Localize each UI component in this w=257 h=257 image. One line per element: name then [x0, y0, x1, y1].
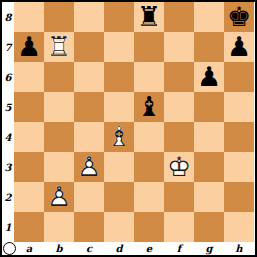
black-pawn-glyph: ♟: [224, 32, 254, 62]
file-label-h: h: [224, 242, 254, 255]
square-a5[interactable]: [14, 92, 44, 122]
file-label-g: g: [194, 242, 224, 255]
file-label-c: c: [74, 242, 104, 255]
square-e4[interactable]: [134, 122, 164, 152]
square-d8[interactable]: [104, 2, 134, 32]
white-pawn[interactable]: ♟♙: [44, 182, 74, 212]
chess-diagram: ♜♚♟♜♖♟♟♝♝♗♟♙♚♔♟♙ 87654321 abcdefgh: [0, 0, 257, 257]
square-b7[interactable]: ♜♖: [44, 32, 74, 62]
square-c6[interactable]: [74, 62, 104, 92]
square-b5[interactable]: [44, 92, 74, 122]
square-c3[interactable]: ♟♙: [74, 152, 104, 182]
file-label-e: e: [134, 242, 164, 255]
white-king-outline: ♔: [164, 152, 194, 182]
black-pawn[interactable]: ♟: [14, 32, 44, 62]
rank-label-1: 1: [2, 212, 14, 242]
square-h4[interactable]: [224, 122, 254, 152]
square-f8[interactable]: [164, 2, 194, 32]
square-a2[interactable]: [14, 182, 44, 212]
rank-labels: 87654321: [2, 2, 14, 242]
square-b3[interactable]: [44, 152, 74, 182]
square-e1[interactable]: [134, 212, 164, 242]
white-to-move-indicator: [3, 242, 16, 255]
square-f1[interactable]: [164, 212, 194, 242]
black-pawn[interactable]: ♟: [224, 32, 254, 62]
square-h2[interactable]: [224, 182, 254, 212]
rank-label-7: 7: [2, 32, 14, 62]
rank-label-2: 2: [2, 182, 14, 212]
rank-label-3: 3: [2, 152, 14, 182]
square-a4[interactable]: [14, 122, 44, 152]
square-g6[interactable]: ♟: [194, 62, 224, 92]
black-pawn-glyph: ♟: [14, 32, 44, 62]
square-g7[interactable]: [194, 32, 224, 62]
black-king-glyph: ♚: [224, 2, 254, 32]
black-rook-glyph: ♜: [134, 2, 164, 32]
square-b2[interactable]: ♟♙: [44, 182, 74, 212]
square-g1[interactable]: [194, 212, 224, 242]
black-king[interactable]: ♚: [224, 2, 254, 32]
square-h1[interactable]: [224, 212, 254, 242]
square-d6[interactable]: [104, 62, 134, 92]
square-a8[interactable]: [14, 2, 44, 32]
square-c5[interactable]: [74, 92, 104, 122]
square-g5[interactable]: [194, 92, 224, 122]
square-h3[interactable]: [224, 152, 254, 182]
file-label-a: a: [14, 242, 44, 255]
square-h7[interactable]: ♟: [224, 32, 254, 62]
square-f2[interactable]: [164, 182, 194, 212]
white-pawn[interactable]: ♟♙: [74, 152, 104, 182]
square-e6[interactable]: [134, 62, 164, 92]
square-d3[interactable]: [104, 152, 134, 182]
square-e3[interactable]: [134, 152, 164, 182]
square-a6[interactable]: [14, 62, 44, 92]
square-h6[interactable]: [224, 62, 254, 92]
square-g3[interactable]: [194, 152, 224, 182]
square-e2[interactable]: [134, 182, 164, 212]
square-c1[interactable]: [74, 212, 104, 242]
square-c2[interactable]: [74, 182, 104, 212]
black-bishop-glyph: ♝: [134, 92, 164, 122]
black-pawn-glyph: ♟: [194, 62, 224, 92]
square-h8[interactable]: ♚: [224, 2, 254, 32]
square-c4[interactable]: [74, 122, 104, 152]
white-pawn-outline: ♙: [44, 182, 74, 212]
square-f3[interactable]: ♚♔: [164, 152, 194, 182]
black-pawn[interactable]: ♟: [194, 62, 224, 92]
square-c7[interactable]: [74, 32, 104, 62]
rank-label-6: 6: [2, 62, 14, 92]
file-label-d: d: [104, 242, 134, 255]
square-b8[interactable]: [44, 2, 74, 32]
square-f4[interactable]: [164, 122, 194, 152]
square-a7[interactable]: ♟: [14, 32, 44, 62]
square-d1[interactable]: [104, 212, 134, 242]
square-d5[interactable]: [104, 92, 134, 122]
chess-board: ♜♚♟♜♖♟♟♝♝♗♟♙♚♔♟♙: [14, 2, 254, 242]
square-e8[interactable]: ♜: [134, 2, 164, 32]
square-h5[interactable]: [224, 92, 254, 122]
square-f7[interactable]: [164, 32, 194, 62]
rank-label-8: 8: [2, 2, 14, 32]
square-e7[interactable]: [134, 32, 164, 62]
file-labels: abcdefgh: [14, 242, 254, 255]
square-d2[interactable]: [104, 182, 134, 212]
file-label-f: f: [164, 242, 194, 255]
black-bishop[interactable]: ♝: [134, 92, 164, 122]
square-a1[interactable]: [14, 212, 44, 242]
square-b4[interactable]: [44, 122, 74, 152]
rank-label-4: 4: [2, 122, 14, 152]
white-rook[interactable]: ♜♖: [44, 32, 74, 62]
square-b6[interactable]: [44, 62, 74, 92]
white-pawn-outline: ♙: [74, 152, 104, 182]
file-label-b: b: [44, 242, 74, 255]
black-rook[interactable]: ♜: [134, 2, 164, 32]
square-a3[interactable]: [14, 152, 44, 182]
white-bishop[interactable]: ♝♗: [104, 122, 134, 152]
square-f6[interactable]: [164, 62, 194, 92]
white-bishop-outline: ♗: [104, 122, 134, 152]
square-f5[interactable]: [164, 92, 194, 122]
square-e5[interactable]: ♝: [134, 92, 164, 122]
square-g4[interactable]: [194, 122, 224, 152]
square-b1[interactable]: [44, 212, 74, 242]
white-king[interactable]: ♚♔: [164, 152, 194, 182]
square-g8[interactable]: [194, 2, 224, 32]
square-d4[interactable]: ♝♗: [104, 122, 134, 152]
square-d7[interactable]: [104, 32, 134, 62]
rank-label-5: 5: [2, 92, 14, 122]
square-g2[interactable]: [194, 182, 224, 212]
square-c8[interactable]: [74, 2, 104, 32]
white-rook-outline: ♖: [44, 32, 74, 62]
